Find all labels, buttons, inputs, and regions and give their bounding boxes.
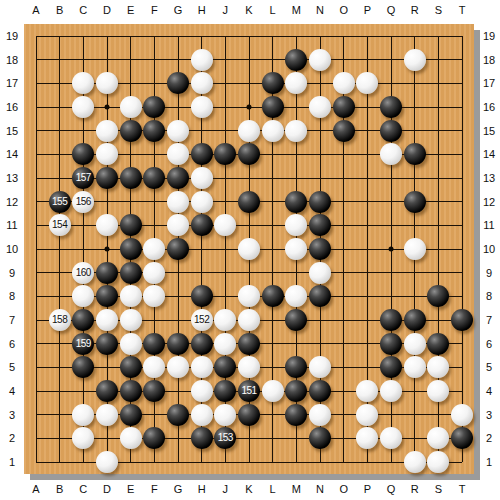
stone-white-H4[interactable] <box>191 380 213 402</box>
stone-black-H11[interactable] <box>191 214 213 236</box>
move-number-label: 160 <box>76 268 91 278</box>
stone-black-M18[interactable] <box>285 49 307 71</box>
col-label-top-G: G <box>174 5 183 16</box>
stone-black-Q5[interactable] <box>380 356 402 378</box>
stone-black-E9[interactable] <box>120 262 142 284</box>
col-label-bottom-M: M <box>292 484 301 495</box>
stone-white-S1[interactable] <box>427 451 449 473</box>
move-number-label: 158 <box>52 315 67 325</box>
col-label-bottom-N: N <box>316 484 324 495</box>
row-label-left-10: 10 <box>6 244 18 255</box>
stone-black-J2[interactable]: 153 <box>214 427 236 449</box>
row-label-left-1: 1 <box>9 457 15 468</box>
stone-white-F8[interactable] <box>143 285 165 307</box>
hoshi-point <box>247 105 252 110</box>
col-label-top-R: R <box>411 5 419 16</box>
col-label-top-P: P <box>364 5 371 16</box>
row-label-left-11: 11 <box>6 220 17 231</box>
stone-black-H8[interactable] <box>191 285 213 307</box>
stone-white-R5[interactable] <box>404 356 426 378</box>
stone-black-G13[interactable] <box>167 167 189 189</box>
stone-white-D15[interactable] <box>96 120 118 142</box>
stone-white-R18[interactable] <box>404 49 426 71</box>
grid-line-vertical <box>462 36 463 462</box>
col-label-bottom-L: L <box>270 484 276 495</box>
stone-white-C17[interactable] <box>72 72 94 94</box>
row-label-left-4: 4 <box>9 386 15 397</box>
stone-black-H14[interactable] <box>191 143 213 165</box>
stone-black-D9[interactable] <box>96 262 118 284</box>
go-board-app: 157155156154160158152159151153 ABCDEFGHJ… <box>0 0 500 500</box>
stone-black-S6[interactable] <box>427 333 449 355</box>
col-label-bottom-B: B <box>56 484 63 495</box>
stone-white-C3[interactable] <box>72 404 94 426</box>
stone-black-C7[interactable] <box>72 309 94 331</box>
stone-white-C2[interactable] <box>72 427 94 449</box>
col-label-bottom-S: S <box>435 484 442 495</box>
col-label-bottom-F: F <box>151 484 158 495</box>
col-label-bottom-D: D <box>103 484 111 495</box>
stone-white-C9[interactable]: 160 <box>72 262 94 284</box>
stone-black-Q16[interactable] <box>380 96 402 118</box>
stone-white-P4[interactable] <box>356 380 378 402</box>
stone-white-K15[interactable] <box>238 120 260 142</box>
stone-black-E15[interactable] <box>120 120 142 142</box>
row-label-right-18: 18 <box>483 54 495 65</box>
stone-white-E2[interactable] <box>120 427 142 449</box>
stone-white-S2[interactable] <box>427 427 449 449</box>
stone-black-E4[interactable] <box>120 380 142 402</box>
stone-white-B11[interactable]: 154 <box>49 214 71 236</box>
stone-white-G14[interactable] <box>167 143 189 165</box>
stone-white-H5[interactable] <box>191 356 213 378</box>
goban[interactable]: 157155156154160158152159151153 <box>24 24 474 474</box>
row-label-right-12: 12 <box>483 196 495 207</box>
row-label-left-19: 19 <box>6 31 18 42</box>
stone-black-C5[interactable] <box>72 356 94 378</box>
row-label-left-8: 8 <box>9 291 15 302</box>
stone-white-Q14[interactable] <box>380 143 402 165</box>
stone-black-K14[interactable] <box>238 143 260 165</box>
stone-white-O17[interactable] <box>333 72 355 94</box>
col-label-top-A: A <box>32 5 39 16</box>
row-label-left-14: 14 <box>6 149 18 160</box>
stone-black-M7[interactable] <box>285 309 307 331</box>
stone-black-H6[interactable] <box>191 333 213 355</box>
row-label-right-17: 17 <box>483 78 495 89</box>
stone-white-E6[interactable] <box>120 333 142 355</box>
stone-black-R12[interactable] <box>404 191 426 213</box>
col-label-top-D: D <box>103 5 111 16</box>
stone-black-C6[interactable]: 159 <box>72 333 94 355</box>
stone-black-D8[interactable] <box>96 285 118 307</box>
row-label-left-5: 5 <box>9 362 15 373</box>
col-label-bottom-O: O <box>339 484 348 495</box>
stone-black-N10[interactable] <box>309 238 331 260</box>
col-label-bottom-T: T <box>459 484 466 495</box>
stone-black-J5[interactable] <box>214 356 236 378</box>
stone-black-G6[interactable] <box>167 333 189 355</box>
row-label-left-13: 13 <box>6 173 18 184</box>
stone-white-J11[interactable] <box>214 214 236 236</box>
stone-white-S5[interactable] <box>427 356 449 378</box>
stone-white-G15[interactable] <box>167 120 189 142</box>
stone-white-M8[interactable] <box>285 285 307 307</box>
stone-white-G11[interactable] <box>167 214 189 236</box>
stone-white-D3[interactable] <box>96 404 118 426</box>
stone-black-K6[interactable] <box>238 333 260 355</box>
stone-white-R6[interactable] <box>404 333 426 355</box>
row-label-right-19: 19 <box>483 31 495 42</box>
stone-black-F13[interactable] <box>143 167 165 189</box>
col-label-bottom-K: K <box>245 484 252 495</box>
stone-white-M10[interactable] <box>285 238 307 260</box>
move-number-label: 159 <box>76 339 91 349</box>
move-number-label: 152 <box>194 315 209 325</box>
col-label-bottom-Q: Q <box>387 484 396 495</box>
stone-black-N8[interactable] <box>309 285 331 307</box>
move-number-label: 153 <box>218 433 233 443</box>
col-label-top-O: O <box>339 5 348 16</box>
stone-white-K8[interactable] <box>238 285 260 307</box>
hoshi-point <box>105 105 110 110</box>
stone-black-F6[interactable] <box>143 333 165 355</box>
stone-white-P3[interactable] <box>356 404 378 426</box>
stone-white-J6[interactable] <box>214 333 236 355</box>
stone-white-R1[interactable] <box>404 451 426 473</box>
stone-white-N16[interactable] <box>309 96 331 118</box>
col-label-bottom-A: A <box>32 484 39 495</box>
row-label-right-3: 3 <box>486 409 492 420</box>
stone-white-N3[interactable] <box>309 404 331 426</box>
stone-black-D13[interactable] <box>96 167 118 189</box>
stone-white-H12[interactable] <box>191 191 213 213</box>
stone-white-C16[interactable] <box>72 96 94 118</box>
stone-white-C8[interactable] <box>72 285 94 307</box>
stone-white-E8[interactable] <box>120 285 142 307</box>
col-label-top-F: F <box>151 5 158 16</box>
col-label-top-E: E <box>127 5 134 16</box>
col-label-bottom-H: H <box>198 484 206 495</box>
stone-black-M4[interactable] <box>285 380 307 402</box>
hoshi-point <box>105 247 110 252</box>
stone-black-T2[interactable] <box>451 427 473 449</box>
stone-white-M15[interactable] <box>285 120 307 142</box>
stone-white-L15[interactable] <box>262 120 284 142</box>
row-label-right-10: 10 <box>483 244 495 255</box>
stone-black-N4[interactable] <box>309 380 331 402</box>
stone-white-C12[interactable]: 156 <box>72 191 94 213</box>
col-label-top-T: T <box>459 5 466 16</box>
stone-white-E16[interactable] <box>120 96 142 118</box>
col-label-bottom-G: G <box>174 484 183 495</box>
stone-white-H3[interactable] <box>191 404 213 426</box>
stone-black-O16[interactable] <box>333 96 355 118</box>
stone-black-C14[interactable] <box>72 143 94 165</box>
stone-white-H16[interactable] <box>191 96 213 118</box>
row-label-right-13: 13 <box>483 173 495 184</box>
col-label-top-K: K <box>245 5 252 16</box>
stone-black-L16[interactable] <box>262 96 284 118</box>
stone-white-E7[interactable] <box>120 309 142 331</box>
col-label-top-H: H <box>198 5 206 16</box>
row-label-right-15: 15 <box>483 125 495 136</box>
row-label-right-9: 9 <box>486 267 492 278</box>
row-label-left-6: 6 <box>9 338 15 349</box>
stone-black-F16[interactable] <box>143 96 165 118</box>
stone-black-O15[interactable] <box>333 120 355 142</box>
move-number-label: 157 <box>76 173 91 183</box>
stone-black-F4[interactable] <box>143 380 165 402</box>
col-label-top-S: S <box>435 5 442 16</box>
row-label-right-14: 14 <box>483 149 495 160</box>
move-number-label: 156 <box>76 197 91 207</box>
stone-white-G12[interactable] <box>167 191 189 213</box>
stone-white-N18[interactable] <box>309 49 331 71</box>
col-label-top-J: J <box>223 5 229 16</box>
stone-white-P2[interactable] <box>356 427 378 449</box>
stone-black-E11[interactable] <box>120 214 142 236</box>
stone-black-F2[interactable] <box>143 427 165 449</box>
stone-white-D11[interactable] <box>96 214 118 236</box>
stone-black-J4[interactable] <box>214 380 236 402</box>
col-label-bottom-R: R <box>411 484 419 495</box>
row-label-left-15: 15 <box>6 125 18 136</box>
stone-white-K5[interactable] <box>238 356 260 378</box>
stone-white-F10[interactable] <box>143 238 165 260</box>
stone-white-B7[interactable]: 158 <box>49 309 71 331</box>
stone-black-Q6[interactable] <box>380 333 402 355</box>
row-label-right-7: 7 <box>486 315 492 326</box>
row-label-right-11: 11 <box>483 220 494 231</box>
col-label-top-N: N <box>316 5 324 16</box>
stone-white-S4[interactable] <box>427 380 449 402</box>
row-label-left-16: 16 <box>6 102 18 113</box>
col-label-top-Q: Q <box>387 5 396 16</box>
row-label-left-18: 18 <box>6 54 18 65</box>
stone-black-R7[interactable] <box>404 309 426 331</box>
stone-black-B12[interactable]: 155 <box>49 191 71 213</box>
col-label-bottom-E: E <box>127 484 134 495</box>
stone-white-J3[interactable] <box>214 404 236 426</box>
stone-black-S8[interactable] <box>427 285 449 307</box>
col-label-bottom-J: J <box>223 484 229 495</box>
stone-black-E5[interactable] <box>120 356 142 378</box>
stone-black-M3[interactable] <box>285 404 307 426</box>
stone-black-M5[interactable] <box>285 356 307 378</box>
stone-black-T7[interactable] <box>451 309 473 331</box>
col-label-top-C: C <box>79 5 87 16</box>
stone-white-H13[interactable] <box>191 167 213 189</box>
stone-white-D17[interactable] <box>96 72 118 94</box>
row-label-right-4: 4 <box>486 386 492 397</box>
stone-white-H18[interactable] <box>191 49 213 71</box>
stone-black-D6[interactable] <box>96 333 118 355</box>
hoshi-point <box>389 247 394 252</box>
move-number-label: 151 <box>241 386 256 396</box>
stone-white-H7[interactable]: 152 <box>191 309 213 331</box>
stone-black-E3[interactable] <box>120 404 142 426</box>
stone-white-M17[interactable] <box>285 72 307 94</box>
stone-white-H17[interactable] <box>191 72 213 94</box>
stone-white-D14[interactable] <box>96 143 118 165</box>
stone-white-P17[interactable] <box>356 72 378 94</box>
row-label-left-2: 2 <box>9 433 15 444</box>
stone-black-J14[interactable] <box>214 143 236 165</box>
stone-black-D4[interactable] <box>96 380 118 402</box>
stone-black-G3[interactable] <box>167 404 189 426</box>
move-number-label: 154 <box>52 220 67 230</box>
stone-black-K12[interactable] <box>238 191 260 213</box>
row-label-right-1: 1 <box>486 457 492 468</box>
stone-white-Q4[interactable] <box>380 380 402 402</box>
stone-white-G5[interactable] <box>167 356 189 378</box>
stone-black-H2[interactable] <box>191 427 213 449</box>
stone-white-D1[interactable] <box>96 451 118 473</box>
stone-white-T3[interactable] <box>451 404 473 426</box>
stone-black-Q7[interactable] <box>380 309 402 331</box>
stone-white-M11[interactable] <box>285 214 307 236</box>
stone-white-N9[interactable] <box>309 262 331 284</box>
stone-white-D7[interactable] <box>96 309 118 331</box>
col-label-top-B: B <box>56 5 63 16</box>
stone-black-N12[interactable] <box>309 191 331 213</box>
row-label-right-2: 2 <box>486 433 492 444</box>
col-label-bottom-P: P <box>364 484 371 495</box>
stone-white-L4[interactable] <box>262 380 284 402</box>
stone-black-Q15[interactable] <box>380 120 402 142</box>
stone-black-E13[interactable] <box>120 167 142 189</box>
stone-black-M12[interactable] <box>285 191 307 213</box>
row-label-left-12: 12 <box>6 196 18 207</box>
stone-white-J7[interactable] <box>214 309 236 331</box>
col-label-top-M: M <box>292 5 301 16</box>
stone-black-K3[interactable] <box>238 404 260 426</box>
col-label-bottom-C: C <box>79 484 87 495</box>
stone-white-Q2[interactable] <box>380 427 402 449</box>
stone-black-K4[interactable]: 151 <box>238 380 260 402</box>
stone-black-G10[interactable] <box>167 238 189 260</box>
stone-black-N11[interactable] <box>309 214 331 236</box>
row-label-left-7: 7 <box>9 315 15 326</box>
row-label-right-16: 16 <box>483 102 495 113</box>
stone-black-N2[interactable] <box>309 427 331 449</box>
row-label-left-9: 9 <box>9 267 15 278</box>
stone-black-L17[interactable] <box>262 72 284 94</box>
move-number-label: 155 <box>52 197 67 207</box>
stone-white-K10[interactable] <box>238 238 260 260</box>
stone-black-C13[interactable]: 157 <box>72 167 94 189</box>
stone-white-N5[interactable] <box>309 356 331 378</box>
row-label-right-6: 6 <box>486 338 492 349</box>
stone-black-E10[interactable] <box>120 238 142 260</box>
stone-black-R14[interactable] <box>404 143 426 165</box>
row-label-right-8: 8 <box>486 291 492 302</box>
stone-black-F15[interactable] <box>143 120 165 142</box>
stone-black-L8[interactable] <box>262 285 284 307</box>
stone-black-G17[interactable] <box>167 72 189 94</box>
row-label-right-5: 5 <box>486 362 492 373</box>
stone-white-F5[interactable] <box>143 356 165 378</box>
row-label-left-17: 17 <box>6 78 18 89</box>
row-label-left-3: 3 <box>9 409 15 420</box>
stone-white-K7[interactable] <box>238 309 260 331</box>
col-label-top-L: L <box>270 5 276 16</box>
stone-white-R10[interactable] <box>404 238 426 260</box>
stone-white-F9[interactable] <box>143 262 165 284</box>
